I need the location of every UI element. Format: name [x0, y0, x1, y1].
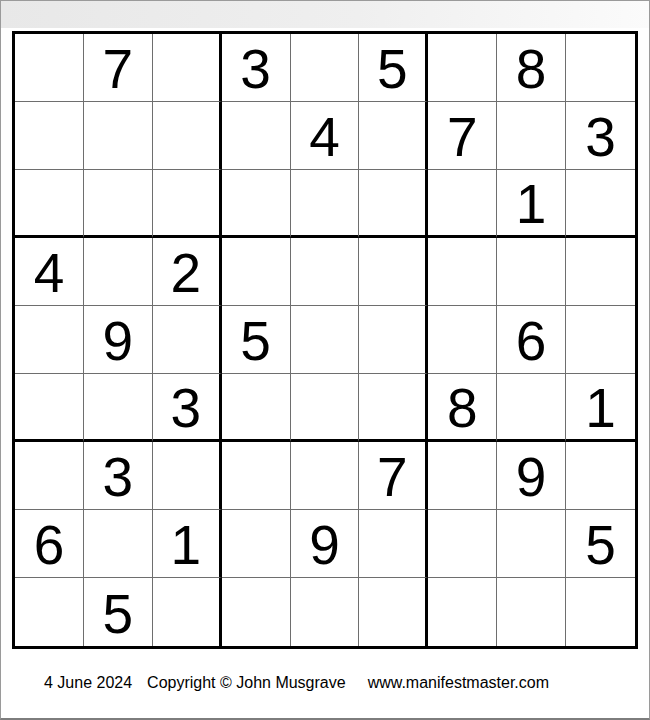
given-digit: 5 [585, 518, 616, 573]
sudoku-cell-r8c6 [359, 510, 428, 578]
sudoku-cell-r4c3: 2 [153, 238, 222, 306]
given-digit: 3 [170, 381, 201, 436]
sudoku-cell-r9c2: 5 [84, 578, 153, 646]
given-digit: 8 [447, 381, 478, 436]
sudoku-cell-r3c3 [153, 170, 222, 238]
sudoku-cell-r2c6 [359, 102, 428, 170]
sudoku-cell-r8c7 [428, 510, 497, 578]
sudoku-cell-r6c1 [15, 374, 84, 442]
sudoku-cell-r2c1 [15, 102, 84, 170]
sudoku-cell-r6c8 [497, 374, 566, 442]
sudoku-cell-r8c5: 9 [291, 510, 360, 578]
top-gradient-band [1, 1, 649, 28]
sudoku-cell-r1c2: 7 [84, 34, 153, 102]
sudoku-cell-r5c3 [153, 306, 222, 374]
sudoku-cell-r6c9: 1 [566, 374, 635, 442]
sudoku-cell-r2c5: 4 [291, 102, 360, 170]
sudoku-cell-r2c8 [497, 102, 566, 170]
sudoku-cell-r3c2 [84, 170, 153, 238]
sudoku-cell-r6c7: 8 [428, 374, 497, 442]
sudoku-cell-r9c9 [566, 578, 635, 646]
sudoku-cell-r3c8: 1 [497, 170, 566, 238]
sudoku-cell-r7c4 [222, 442, 291, 510]
sudoku-cell-r3c6 [359, 170, 428, 238]
sudoku-cell-r8c2 [84, 510, 153, 578]
given-digit: 5 [377, 42, 408, 97]
sudoku-cell-r2c7: 7 [428, 102, 497, 170]
sudoku-cell-r5c8: 6 [497, 306, 566, 374]
sudoku-cell-r1c3 [153, 34, 222, 102]
sudoku-cell-r7c6: 7 [359, 442, 428, 510]
footer: 4 June 2024Copyright © John Musgravewww.… [44, 674, 549, 692]
given-digit: 6 [34, 518, 65, 573]
given-digit: 6 [516, 314, 547, 369]
given-digit: 3 [585, 110, 616, 165]
given-digit: 3 [240, 42, 271, 97]
sudoku-cell-r1c1 [15, 34, 84, 102]
sudoku-cell-r8c8 [497, 510, 566, 578]
given-digit: 9 [103, 314, 134, 369]
sudoku-cell-r2c4 [222, 102, 291, 170]
given-digit: 1 [516, 177, 547, 232]
sudoku-cell-r4c9 [566, 238, 635, 306]
sudoku-cell-r7c9 [566, 442, 635, 510]
sudoku-cell-r8c4 [222, 510, 291, 578]
given-digit: 8 [516, 42, 547, 97]
footer-date: 4 June 2024 [44, 674, 132, 692]
sudoku-cell-r1c8: 8 [497, 34, 566, 102]
footer-copyright: Copyright © John Musgrave [147, 674, 346, 692]
given-digit: 5 [103, 587, 134, 642]
sudoku-cell-r8c1: 6 [15, 510, 84, 578]
sudoku-cell-r6c6 [359, 374, 428, 442]
sudoku-cell-r5c6 [359, 306, 428, 374]
sudoku-cell-r7c3 [153, 442, 222, 510]
given-digit: 5 [240, 314, 271, 369]
given-digit: 3 [103, 450, 134, 505]
sudoku-cell-r1c6: 5 [359, 34, 428, 102]
sudoku-cell-r2c9: 3 [566, 102, 635, 170]
sudoku-cell-r6c2 [84, 374, 153, 442]
sudoku-cell-r9c3 [153, 578, 222, 646]
given-digit: 4 [309, 110, 340, 165]
sudoku-cell-r5c4: 5 [222, 306, 291, 374]
given-digit: 7 [447, 110, 478, 165]
sudoku-cell-r7c1 [15, 442, 84, 510]
sudoku-cell-r4c5 [291, 238, 360, 306]
sudoku-cell-r7c5 [291, 442, 360, 510]
sudoku-cell-r5c1 [15, 306, 84, 374]
sudoku-puzzle-page: 735847314295638137961955 4 June 2024Copy… [0, 0, 650, 720]
sudoku-cell-r5c9 [566, 306, 635, 374]
sudoku-cell-r4c7 [428, 238, 497, 306]
sudoku-cell-r3c1 [15, 170, 84, 238]
sudoku-cell-r7c2: 3 [84, 442, 153, 510]
sudoku-cell-r5c7 [428, 306, 497, 374]
sudoku-cell-r5c5 [291, 306, 360, 374]
sudoku-cell-r7c8: 9 [497, 442, 566, 510]
sudoku-cell-r9c6 [359, 578, 428, 646]
sudoku-cell-r5c2: 9 [84, 306, 153, 374]
sudoku-cell-r2c2 [84, 102, 153, 170]
given-digit: 2 [170, 246, 201, 301]
sudoku-cell-r3c5 [291, 170, 360, 238]
sudoku-cell-r1c7 [428, 34, 497, 102]
given-digit: 9 [309, 518, 340, 573]
sudoku-cell-r9c1 [15, 578, 84, 646]
given-digit: 7 [377, 450, 408, 505]
sudoku-cell-r6c4 [222, 374, 291, 442]
sudoku-cell-r1c9 [566, 34, 635, 102]
sudoku-cell-r6c3: 3 [153, 374, 222, 442]
sudoku-cell-r2c3 [153, 102, 222, 170]
given-digit: 1 [585, 381, 616, 436]
sudoku-cell-r4c2 [84, 238, 153, 306]
given-digit: 4 [34, 246, 65, 301]
sudoku-cell-r4c6 [359, 238, 428, 306]
sudoku-cell-r8c3: 1 [153, 510, 222, 578]
given-digit: 9 [516, 450, 547, 505]
sudoku-cell-r9c7 [428, 578, 497, 646]
sudoku-cell-r6c5 [291, 374, 360, 442]
sudoku-cell-r3c7 [428, 170, 497, 238]
sudoku-board: 735847314295638137961955 [12, 31, 638, 649]
sudoku-cell-r4c4 [222, 238, 291, 306]
sudoku-cell-r8c9: 5 [566, 510, 635, 578]
sudoku-cell-r3c4 [222, 170, 291, 238]
sudoku-cell-r1c4: 3 [222, 34, 291, 102]
given-digit: 7 [103, 42, 134, 97]
footer-website: www.manifestmaster.com [368, 674, 549, 692]
sudoku-cell-r4c8 [497, 238, 566, 306]
given-digit: 1 [170, 518, 201, 573]
sudoku-cell-r1c5 [291, 34, 360, 102]
sudoku-cell-r3c9 [566, 170, 635, 238]
sudoku-cell-r4c1: 4 [15, 238, 84, 306]
sudoku-cell-r9c4 [222, 578, 291, 646]
sudoku-cell-r7c7 [428, 442, 497, 510]
sudoku-cell-r9c5 [291, 578, 360, 646]
sudoku-cell-r9c8 [497, 578, 566, 646]
